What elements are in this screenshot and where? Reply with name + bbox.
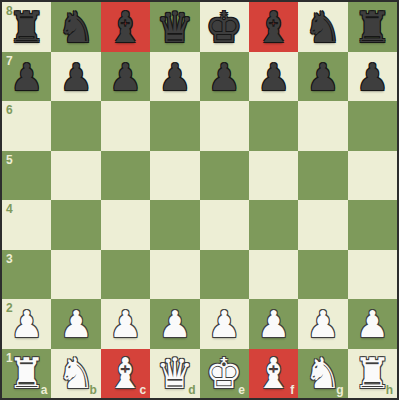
- square-b7[interactable]: ♟: [51, 52, 100, 102]
- piece-black-knight[interactable]: ♞: [304, 7, 342, 49]
- square-h8[interactable]: ♜: [348, 2, 397, 52]
- square-d6[interactable]: [150, 101, 199, 151]
- square-b8[interactable]: ♞: [51, 2, 100, 52]
- piece-black-pawn[interactable]: ♟: [306, 59, 339, 96]
- square-f4[interactable]: [249, 200, 298, 250]
- square-e1[interactable]: e♚: [200, 349, 249, 399]
- square-e7[interactable]: ♟: [200, 52, 249, 102]
- square-g8[interactable]: ♞: [298, 2, 347, 52]
- square-a5[interactable]: 5: [2, 151, 51, 201]
- square-c5[interactable]: [101, 151, 150, 201]
- piece-black-knight[interactable]: ♞: [57, 7, 95, 49]
- square-e4[interactable]: [200, 200, 249, 250]
- square-h7[interactable]: ♟: [348, 52, 397, 102]
- square-f8[interactable]: ♝: [249, 2, 298, 52]
- square-b4[interactable]: [51, 200, 100, 250]
- square-h1[interactable]: h♜: [348, 349, 397, 399]
- piece-black-pawn[interactable]: ♟: [158, 59, 191, 96]
- square-e2[interactable]: ♟: [200, 299, 249, 349]
- piece-white-rook[interactable]: ♜: [353, 353, 391, 395]
- piece-black-rook[interactable]: ♜: [353, 7, 391, 49]
- square-d7[interactable]: ♟: [150, 52, 199, 102]
- square-d8[interactable]: ♛: [150, 2, 199, 52]
- board-grid: 8♜♞♝♛♚♝♞♜7♟♟♟♟♟♟♟♟65432♟♟♟♟♟♟♟♟1a♜b♞c♝d♛…: [2, 2, 397, 398]
- square-f3[interactable]: [249, 250, 298, 300]
- square-b5[interactable]: [51, 151, 100, 201]
- piece-black-queen[interactable]: ♛: [156, 7, 194, 49]
- piece-white-pawn[interactable]: ♟: [306, 306, 339, 343]
- square-d5[interactable]: [150, 151, 199, 201]
- piece-black-pawn[interactable]: ♟: [208, 59, 241, 96]
- square-h6[interactable]: [348, 101, 397, 151]
- piece-white-pawn[interactable]: ♟: [109, 306, 142, 343]
- piece-black-rook[interactable]: ♜: [8, 7, 46, 49]
- square-f1[interactable]: f♝: [249, 349, 298, 399]
- rank-label-4: 4: [6, 203, 13, 215]
- square-g6[interactable]: [298, 101, 347, 151]
- square-f2[interactable]: ♟: [249, 299, 298, 349]
- square-c4[interactable]: [101, 200, 150, 250]
- square-d2[interactable]: ♟: [150, 299, 199, 349]
- square-a3[interactable]: 3: [2, 250, 51, 300]
- square-h3[interactable]: [348, 250, 397, 300]
- square-d4[interactable]: [150, 200, 199, 250]
- piece-white-pawn[interactable]: ♟: [356, 306, 389, 343]
- piece-white-pawn[interactable]: ♟: [10, 306, 43, 343]
- piece-black-pawn[interactable]: ♟: [109, 59, 142, 96]
- chess-board: 8♜♞♝♛♚♝♞♜7♟♟♟♟♟♟♟♟65432♟♟♟♟♟♟♟♟1a♜b♞c♝d♛…: [0, 0, 399, 400]
- piece-white-bishop[interactable]: ♝: [255, 353, 293, 395]
- square-e3[interactable]: [200, 250, 249, 300]
- rank-label-6: 6: [6, 104, 13, 116]
- square-g7[interactable]: ♟: [298, 52, 347, 102]
- square-b1[interactable]: b♞: [51, 349, 100, 399]
- square-d3[interactable]: [150, 250, 199, 300]
- square-b2[interactable]: ♟: [51, 299, 100, 349]
- square-a4[interactable]: 4: [2, 200, 51, 250]
- square-c7[interactable]: ♟: [101, 52, 150, 102]
- square-g4[interactable]: [298, 200, 347, 250]
- square-c2[interactable]: ♟: [101, 299, 150, 349]
- piece-black-bishop[interactable]: ♝: [107, 7, 145, 49]
- square-g2[interactable]: ♟: [298, 299, 347, 349]
- square-c1[interactable]: c♝: [101, 349, 150, 399]
- piece-white-pawn[interactable]: ♟: [158, 306, 191, 343]
- piece-black-pawn[interactable]: ♟: [10, 59, 43, 96]
- piece-white-queen[interactable]: ♛: [156, 353, 194, 395]
- square-e6[interactable]: [200, 101, 249, 151]
- square-a6[interactable]: 6: [2, 101, 51, 151]
- rank-label-5: 5: [6, 154, 13, 166]
- piece-white-king[interactable]: ♚: [205, 353, 243, 395]
- piece-white-rook[interactable]: ♜: [8, 353, 46, 395]
- square-a7[interactable]: 7♟: [2, 52, 51, 102]
- piece-black-king[interactable]: ♚: [205, 7, 243, 49]
- square-g5[interactable]: [298, 151, 347, 201]
- rank-label-3: 3: [6, 253, 13, 265]
- piece-black-bishop[interactable]: ♝: [255, 7, 293, 49]
- square-f6[interactable]: [249, 101, 298, 151]
- piece-white-pawn[interactable]: ♟: [59, 306, 92, 343]
- square-f7[interactable]: ♟: [249, 52, 298, 102]
- piece-white-pawn[interactable]: ♟: [257, 306, 290, 343]
- piece-black-pawn[interactable]: ♟: [356, 59, 389, 96]
- square-g1[interactable]: g♞: [298, 349, 347, 399]
- square-c6[interactable]: [101, 101, 150, 151]
- square-d1[interactable]: d♛: [150, 349, 199, 399]
- square-h5[interactable]: [348, 151, 397, 201]
- piece-white-knight[interactable]: ♞: [304, 353, 342, 395]
- piece-white-pawn[interactable]: ♟: [208, 306, 241, 343]
- square-a1[interactable]: 1a♜: [2, 349, 51, 399]
- piece-black-pawn[interactable]: ♟: [59, 59, 92, 96]
- square-e5[interactable]: [200, 151, 249, 201]
- square-h2[interactable]: ♟: [348, 299, 397, 349]
- piece-black-pawn[interactable]: ♟: [257, 59, 290, 96]
- square-g3[interactable]: [298, 250, 347, 300]
- square-b3[interactable]: [51, 250, 100, 300]
- square-h4[interactable]: [348, 200, 397, 250]
- piece-white-bishop[interactable]: ♝: [107, 353, 145, 395]
- piece-white-knight[interactable]: ♞: [57, 353, 95, 395]
- square-e8[interactable]: ♚: [200, 2, 249, 52]
- square-f5[interactable]: [249, 151, 298, 201]
- square-b6[interactable]: [51, 101, 100, 151]
- square-c3[interactable]: [101, 250, 150, 300]
- square-a8[interactable]: 8♜: [2, 2, 51, 52]
- square-c8[interactable]: ♝: [101, 2, 150, 52]
- square-a2[interactable]: 2♟: [2, 299, 51, 349]
